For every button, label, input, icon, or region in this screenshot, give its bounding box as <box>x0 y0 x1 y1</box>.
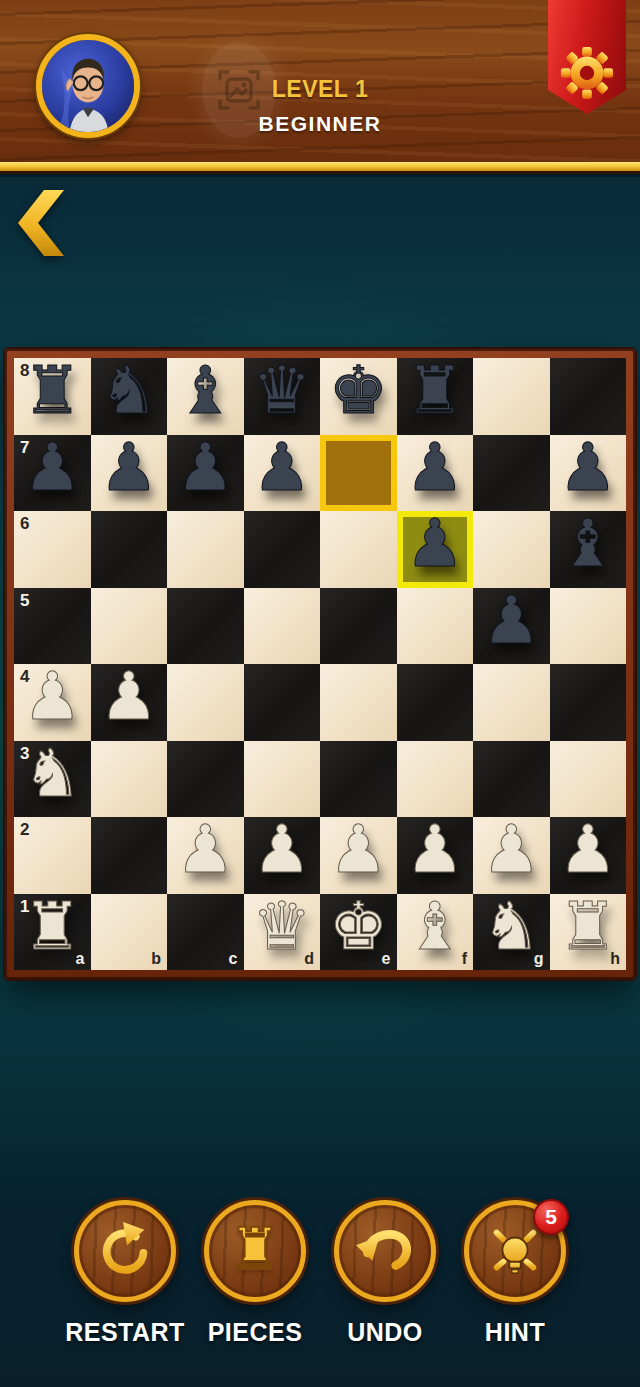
piece-white-bishop[interactable]: ♝ <box>397 889 474 966</box>
square-d8[interactable]: ♛ <box>244 358 321 435</box>
chess-board: 8♜♞♝♛♚♜7♟♟♟♟♟♟6♟♝5♟4♟♟3♞2♟♟♟♟♟♟1a♜bcd♛e♚… <box>5 349 635 979</box>
tool-pieces: ♜ PIECES <box>204 1200 306 1347</box>
square-h8[interactable] <box>550 358 627 435</box>
square-d5[interactable] <box>244 588 321 665</box>
rank-label-2: 2 <box>20 820 29 840</box>
square-d3[interactable] <box>244 741 321 818</box>
back-button[interactable] <box>18 190 64 256</box>
square-a2[interactable]: 2 <box>14 817 91 894</box>
restart-button[interactable] <box>74 1200 176 1302</box>
piece-black-queen[interactable]: ♛ <box>244 353 321 430</box>
square-g7[interactable] <box>473 435 550 512</box>
piece-white-pawn[interactable]: ♟ <box>320 812 397 889</box>
square-g5[interactable]: ♟ <box>473 588 550 665</box>
square-b2[interactable] <box>91 817 168 894</box>
piece-white-knight[interactable]: ♞ <box>473 889 550 966</box>
toolbar: RESTART ♜ PIECES UNDO <box>0 1200 640 1347</box>
piece-black-pawn[interactable]: ♟ <box>397 506 474 583</box>
piece-white-pawn[interactable]: ♟ <box>91 659 168 736</box>
square-a8[interactable]: 8♜ <box>14 358 91 435</box>
piece-black-pawn[interactable]: ♟ <box>91 430 168 507</box>
square-b3[interactable] <box>91 741 168 818</box>
piece-black-rook[interactable]: ♜ <box>397 353 474 430</box>
square-f1[interactable]: f♝ <box>397 894 474 971</box>
square-g3[interactable] <box>473 741 550 818</box>
square-c1[interactable]: c <box>167 894 244 971</box>
square-h7[interactable]: ♟ <box>550 435 627 512</box>
piece-white-pawn[interactable]: ♟ <box>473 812 550 889</box>
square-d4[interactable] <box>244 664 321 741</box>
square-g1[interactable]: g♞ <box>473 894 550 971</box>
piece-white-rook[interactable]: ♜ <box>14 889 91 966</box>
square-e7[interactable] <box>320 435 397 512</box>
square-h4[interactable] <box>550 664 627 741</box>
square-h2[interactable]: ♟ <box>550 817 627 894</box>
pieces-button[interactable]: ♜ <box>204 1200 306 1302</box>
square-f2[interactable]: ♟ <box>397 817 474 894</box>
square-f6[interactable]: ♟ <box>397 511 474 588</box>
piece-black-pawn[interactable]: ♟ <box>14 430 91 507</box>
piece-white-pawn[interactable]: ♟ <box>14 659 91 736</box>
square-h1[interactable]: h♜ <box>550 894 627 971</box>
piece-white-queen[interactable]: ♛ <box>244 889 321 966</box>
square-e3[interactable] <box>320 741 397 818</box>
piece-white-pawn[interactable]: ♟ <box>167 812 244 889</box>
board-grid: 8♜♞♝♛♚♜7♟♟♟♟♟♟6♟♝5♟4♟♟3♞2♟♟♟♟♟♟1a♜bcd♛e♚… <box>14 358 626 970</box>
square-a3[interactable]: 3♞ <box>14 741 91 818</box>
piece-white-pawn[interactable]: ♟ <box>550 812 627 889</box>
square-g6[interactable] <box>473 511 550 588</box>
piece-black-rook[interactable]: ♜ <box>14 353 91 430</box>
square-a1[interactable]: 1a♜ <box>14 894 91 971</box>
square-b7[interactable]: ♟ <box>91 435 168 512</box>
piece-white-king[interactable]: ♚ <box>320 889 397 966</box>
square-e1[interactable]: e♚ <box>320 894 397 971</box>
square-b6[interactable] <box>91 511 168 588</box>
piece-black-bishop[interactable]: ♝ <box>167 353 244 430</box>
gear-icon <box>560 46 614 100</box>
square-g8[interactable] <box>473 358 550 435</box>
piece-black-pawn[interactable]: ♟ <box>167 430 244 507</box>
back-chevron-icon <box>18 190 64 256</box>
square-e2[interactable]: ♟ <box>320 817 397 894</box>
piece-black-pawn[interactable]: ♟ <box>244 430 321 507</box>
square-e8[interactable]: ♚ <box>320 358 397 435</box>
lightbulb-icon <box>484 1220 546 1282</box>
rank-label-6: 6 <box>20 514 29 534</box>
hint-button[interactable]: 5 <box>464 1200 566 1302</box>
piece-black-king[interactable]: ♚ <box>320 353 397 430</box>
square-d2[interactable]: ♟ <box>244 817 321 894</box>
tool-restart: RESTART <box>74 1200 176 1347</box>
square-b1[interactable]: b <box>91 894 168 971</box>
square-b4[interactable]: ♟ <box>91 664 168 741</box>
square-a5[interactable]: 5 <box>14 588 91 665</box>
square-c3[interactable] <box>167 741 244 818</box>
settings-ribbon[interactable] <box>548 0 626 114</box>
level-block: LEVEL 1 BEGINNER <box>240 76 400 136</box>
square-c5[interactable] <box>167 588 244 665</box>
piece-white-knight[interactable]: ♞ <box>14 736 91 813</box>
square-c4[interactable] <box>167 664 244 741</box>
tool-undo: UNDO <box>334 1200 436 1347</box>
hint-count-badge: 5 <box>533 1199 569 1235</box>
difficulty-label: BEGINNER <box>240 112 400 136</box>
square-f8[interactable]: ♜ <box>397 358 474 435</box>
square-f3[interactable] <box>397 741 474 818</box>
undo-arrow-icon <box>354 1220 416 1282</box>
rook-icon: ♜ <box>229 1220 281 1278</box>
square-c8[interactable]: ♝ <box>167 358 244 435</box>
piece-black-knight[interactable]: ♞ <box>91 353 168 430</box>
square-h3[interactable] <box>550 741 627 818</box>
square-a6[interactable]: 6 <box>14 511 91 588</box>
square-a4[interactable]: 4♟ <box>14 664 91 741</box>
undo-label: UNDO <box>347 1318 423 1347</box>
square-f5[interactable] <box>397 588 474 665</box>
file-label-b: b <box>151 950 161 968</box>
square-b8[interactable]: ♞ <box>91 358 168 435</box>
square-e5[interactable] <box>320 588 397 665</box>
square-g4[interactable] <box>473 664 550 741</box>
piece-white-pawn[interactable]: ♟ <box>397 812 474 889</box>
square-c2[interactable]: ♟ <box>167 817 244 894</box>
piece-black-pawn[interactable]: ♟ <box>473 583 550 660</box>
square-f4[interactable] <box>397 664 474 741</box>
square-e6[interactable] <box>320 511 397 588</box>
square-h5[interactable] <box>550 588 627 665</box>
square-h6[interactable]: ♝ <box>550 511 627 588</box>
piece-black-pawn[interactable]: ♟ <box>397 430 474 507</box>
square-a7[interactable]: 7♟ <box>14 435 91 512</box>
square-c6[interactable] <box>167 511 244 588</box>
tool-hint: 5 HINT <box>464 1200 566 1347</box>
square-d1[interactable]: d♛ <box>244 894 321 971</box>
hint-label: HINT <box>485 1318 545 1347</box>
avatar-portrait <box>42 40 134 132</box>
undo-button[interactable] <box>334 1200 436 1302</box>
square-g2[interactable]: ♟ <box>473 817 550 894</box>
header-bar: LEVEL 1 BEGINNER <box>0 0 640 162</box>
level-label: LEVEL 1 <box>240 76 400 103</box>
restart-icon <box>94 1220 156 1282</box>
square-d7[interactable]: ♟ <box>244 435 321 512</box>
avatar[interactable] <box>36 34 140 138</box>
square-e4[interactable] <box>320 664 397 741</box>
square-f7[interactable]: ♟ <box>397 435 474 512</box>
square-c7[interactable]: ♟ <box>167 435 244 512</box>
square-b5[interactable] <box>91 588 168 665</box>
playfield: 8♜♞♝♛♚♜7♟♟♟♟♟♟6♟♝5♟4♟♟3♞2♟♟♟♟♟♟1a♜bcd♛e♚… <box>0 177 640 1387</box>
pieces-label: PIECES <box>208 1318 303 1347</box>
piece-black-bishop[interactable]: ♝ <box>550 506 627 583</box>
square-d6[interactable] <box>244 511 321 588</box>
header-gold-divider <box>0 162 640 174</box>
restart-label: RESTART <box>65 1318 185 1347</box>
piece-white-pawn[interactable]: ♟ <box>244 812 321 889</box>
file-label-c: c <box>229 950 238 968</box>
piece-white-rook[interactable]: ♜ <box>550 889 627 966</box>
piece-black-pawn[interactable]: ♟ <box>550 430 627 507</box>
rank-label-5: 5 <box>20 591 29 611</box>
